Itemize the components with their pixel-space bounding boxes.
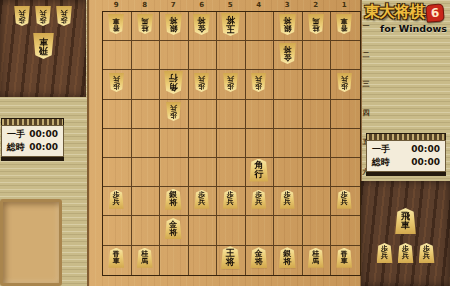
piece-kanji: 桂	[141, 24, 148, 31]
piece-kanji: 兵	[40, 9, 47, 16]
piece-knight-8a[interactable]: 桂馬	[137, 14, 153, 34]
piece-kanji: 歩	[227, 83, 234, 90]
piece-bishop-4f[interactable]: 角行	[249, 159, 268, 182]
piece-kanji: 玉	[226, 24, 235, 33]
piece-rook[interactable]: 飛車	[395, 208, 416, 234]
piece-kanji: 兵	[341, 76, 348, 83]
piece-silver-3i[interactable]: 銀将	[279, 247, 296, 268]
todai-shogi-window: 歩兵歩兵歩兵飛車 一手 00:00 総時 00:00 987654321 香車桂…	[0, 0, 450, 286]
piece-kanji: 兵	[113, 199, 120, 206]
piece-pawn[interactable]: 歩兵	[377, 243, 393, 263]
file-labels: 987654321	[102, 1, 359, 10]
piece-knight-2a[interactable]: 桂馬	[308, 14, 324, 34]
piece-kanji: 兵	[255, 76, 262, 83]
piece-kanji: 馬	[312, 17, 319, 24]
piece-kanji: 将	[226, 258, 235, 267]
piece-kanji: 銀	[169, 24, 177, 32]
move-time-label: 一手	[372, 143, 390, 156]
tray-row: 歩兵歩兵歩兵	[0, 6, 86, 26]
piece-kanji: 将	[283, 258, 291, 266]
piece-pawn-5g[interactable]: 歩兵	[223, 190, 238, 209]
piece-knight-8i[interactable]: 桂馬	[137, 248, 153, 268]
piece-kanji: 行	[169, 74, 178, 83]
rank-label-2: 二	[361, 40, 371, 69]
piece-kanji: 車	[113, 258, 120, 265]
move-time-value: 00:00	[29, 128, 58, 141]
piece-kanji: 兵	[198, 199, 205, 206]
piece-kanji: 馬	[141, 258, 148, 265]
piece-gold-7h[interactable]: 金将	[165, 218, 182, 239]
piece-kanji: 車	[401, 221, 410, 230]
file-label-4: 4	[245, 1, 274, 10]
piece-pawn[interactable]: 歩兵	[56, 6, 72, 26]
piece-kanji: 将	[226, 15, 235, 24]
piece-kanji: 香	[113, 24, 120, 31]
clock-trim	[366, 133, 446, 140]
piece-kanji: 香	[341, 24, 348, 31]
piece-kanji: 兵	[113, 76, 120, 83]
logo-title: 東大将棋	[364, 2, 424, 23]
file-label-9: 9	[102, 1, 131, 10]
shogi-board: 987654321 香車桂馬銀将金将玉将銀将桂馬香車金将歩兵角行歩兵歩兵歩兵歩兵…	[87, 0, 362, 286]
piece-pawn-5c[interactable]: 歩兵	[223, 73, 238, 92]
piece-kanji: 将	[169, 229, 177, 237]
piece-kanji: 兵	[284, 199, 291, 206]
piece-kanji: 角	[169, 83, 178, 92]
gote-clock: 一手 00:00 総時 00:00	[1, 118, 64, 161]
piece-pawn-9g[interactable]: 歩兵	[109, 190, 124, 209]
piece-pawn-3g[interactable]: 歩兵	[280, 190, 295, 209]
file-label-7: 7	[159, 1, 188, 10]
piece-kanji: 車	[39, 37, 48, 46]
piece-kanji: 金	[283, 53, 291, 61]
rank-label-4: 四	[361, 99, 371, 128]
piece-lance-1i[interactable]: 香車	[336, 248, 352, 268]
piece-kanji: 将	[283, 16, 291, 24]
piece-kanji: 兵	[198, 76, 205, 83]
piece-kanji: 将	[283, 45, 291, 53]
piece-kanji: 兵	[423, 253, 430, 260]
file-label-5: 5	[216, 1, 245, 10]
piece-kanji: 歩	[40, 16, 47, 23]
sente-captured-tray[interactable]: 飛車歩兵歩兵歩兵	[361, 181, 450, 286]
piece-pawn-6g[interactable]: 歩兵	[194, 190, 209, 209]
piece-gold-3b[interactable]: 金将	[279, 43, 296, 64]
piece-kanji: 車	[341, 17, 348, 24]
piece-silver-3a[interactable]: 銀将	[279, 14, 296, 35]
piece-kanji: 行	[254, 170, 263, 179]
rank-label-3: 三	[361, 69, 371, 98]
piece-pawn-7d[interactable]: 歩兵	[166, 102, 181, 121]
piece-kanji: 歩	[19, 16, 26, 23]
piece-kanji: 将	[198, 16, 206, 24]
piece-pawn-4g[interactable]: 歩兵	[251, 190, 266, 209]
piece-lance-9a[interactable]: 香車	[108, 14, 124, 34]
piece-kanji: 歩	[113, 83, 120, 90]
piece-kanji: 兵	[170, 105, 177, 112]
total-time-label: 総時	[7, 141, 25, 154]
tray-row: 飛車	[0, 33, 86, 59]
piece-kanji: 車	[113, 17, 120, 24]
clock-trim	[1, 118, 64, 125]
piece-kanji: 歩	[255, 83, 262, 90]
piece-pawn-9c[interactable]: 歩兵	[109, 73, 124, 92]
file-label-1: 1	[330, 1, 359, 10]
piece-pawn-4c[interactable]: 歩兵	[251, 73, 266, 92]
file-label-6: 6	[188, 1, 217, 10]
piece-bishop-7c[interactable]: 角行	[164, 71, 183, 94]
piece-kanji: 将	[169, 199, 177, 207]
file-label-2: 2	[302, 1, 331, 10]
logo-subtitle: for Windows	[359, 23, 450, 34]
piece-pawn[interactable]: 歩兵	[35, 6, 51, 26]
piece-gold-6a[interactable]: 金将	[193, 14, 210, 35]
total-time-value: 00:00	[29, 141, 58, 154]
piece-pawn[interactable]: 歩兵	[14, 6, 30, 26]
piece-kanji: 歩	[61, 16, 68, 23]
piece-kanji: 車	[341, 258, 348, 265]
piece-kanji: 兵	[61, 9, 68, 16]
total-time-label: 総時	[372, 156, 390, 169]
piece-rook[interactable]: 飛車	[33, 33, 54, 59]
piece-kanji: 兵	[381, 253, 388, 260]
piece-kanji: 歩	[198, 83, 205, 90]
clock-trim	[366, 172, 446, 176]
piece-kanji: 兵	[255, 199, 262, 206]
piece-kanji: 兵	[341, 199, 348, 206]
piece-kanji: 飛	[39, 46, 48, 55]
piece-kanji: 金	[198, 24, 206, 32]
piece-pawn-1g[interactable]: 歩兵	[337, 190, 352, 209]
piece-kanji: 将	[169, 16, 177, 24]
piece-pawn-1c[interactable]: 歩兵	[337, 73, 352, 92]
file-label-3: 3	[273, 1, 302, 10]
move-time-label: 一手	[7, 128, 25, 141]
piece-kanji: 桂	[312, 24, 319, 31]
move-time-value: 00:00	[411, 143, 440, 156]
tray-row: 飛車	[361, 208, 450, 234]
sente-clock: 一手 00:00 総時 00:00	[366, 133, 446, 176]
piece-kanji: 兵	[402, 253, 409, 260]
piece-box	[0, 199, 62, 286]
piece-lance-9i[interactable]: 香車	[108, 248, 124, 268]
piece-kanji: 馬	[141, 17, 148, 24]
piece-gold-4i[interactable]: 金将	[250, 247, 267, 268]
piece-kanji: 歩	[170, 112, 177, 119]
piece-pawn[interactable]: 歩兵	[419, 243, 435, 263]
piece-king-5a[interactable]: 玉将	[221, 13, 240, 36]
piece-pawn[interactable]: 歩兵	[398, 243, 414, 263]
piece-king-5i[interactable]: 王将	[221, 246, 240, 269]
logo-version-badge: 6	[426, 3, 446, 23]
piece-pawn-6c[interactable]: 歩兵	[194, 73, 209, 92]
piece-lance-1a[interactable]: 香車	[336, 14, 352, 34]
total-time-value: 00:00	[411, 156, 440, 169]
piece-kanji: 馬	[312, 258, 319, 265]
gote-captured-tray[interactable]: 歩兵歩兵歩兵飛車	[0, 0, 86, 97]
piece-kanji: 歩	[341, 83, 348, 90]
piece-silver-7g[interactable]: 銀将	[165, 189, 182, 210]
board-pieces-layer: 香車桂馬銀将金将玉将銀将桂馬香車金将歩兵角行歩兵歩兵歩兵歩兵歩兵角行歩兵銀将歩兵…	[102, 11, 360, 275]
app-logo: 東大将棋 6 for Windows	[359, 2, 450, 34]
piece-silver-7a[interactable]: 銀将	[165, 14, 182, 35]
piece-kanji: 兵	[227, 199, 234, 206]
clock-trim	[1, 157, 64, 161]
file-label-8: 8	[131, 1, 160, 10]
piece-knight-2i[interactable]: 桂馬	[308, 248, 324, 268]
piece-kanji: 兵	[19, 9, 26, 16]
piece-kanji: 兵	[227, 76, 234, 83]
piece-kanji: 銀	[283, 24, 291, 32]
tray-row: 歩兵歩兵歩兵	[361, 243, 450, 263]
piece-kanji: 将	[255, 258, 263, 266]
